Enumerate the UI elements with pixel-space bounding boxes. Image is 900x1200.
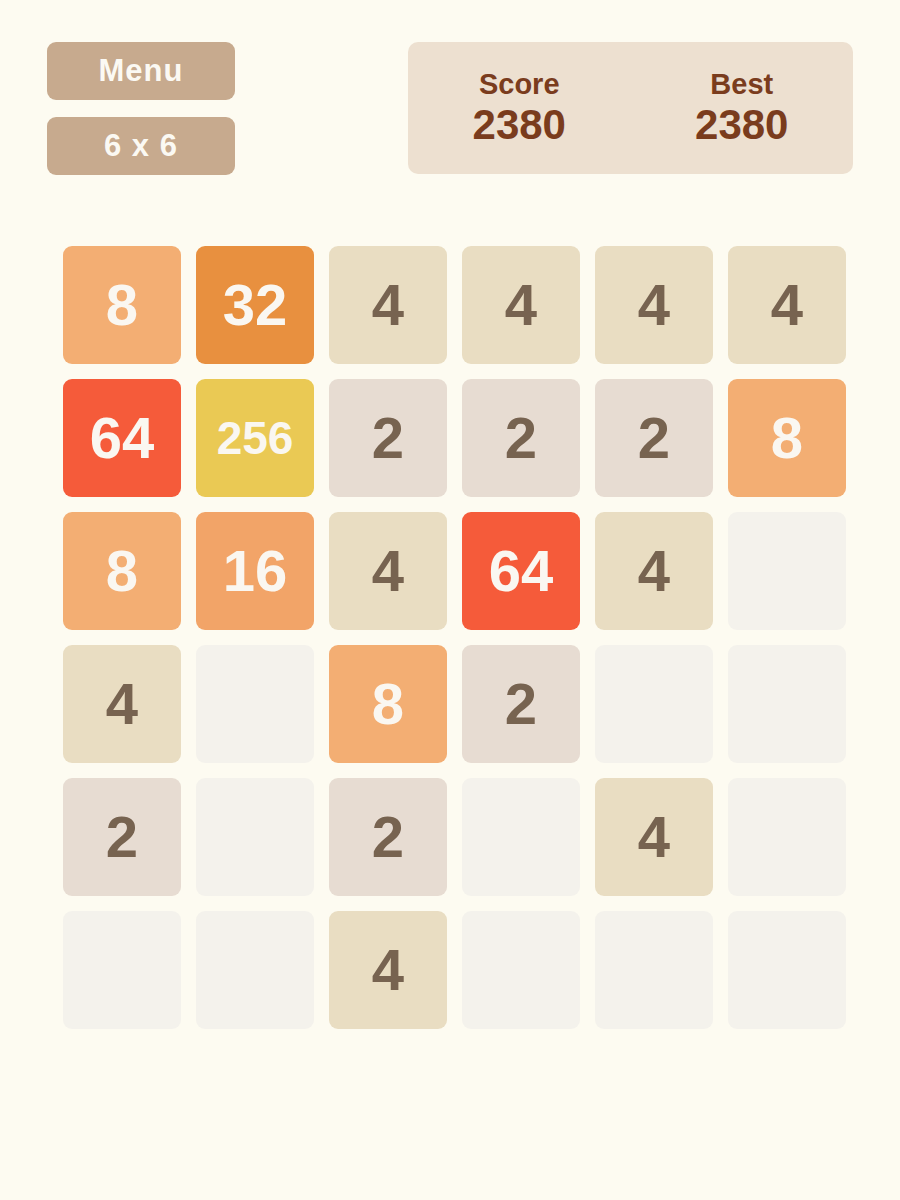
tile-32: 32 [196, 246, 314, 364]
empty-cell [595, 911, 713, 1029]
tile-2: 2 [63, 778, 181, 896]
board[interactable]: 832444464256222881646444822244 [63, 246, 846, 1029]
menu-button[interactable]: Menu [47, 42, 235, 100]
score-label: Score [479, 70, 560, 99]
empty-cell [728, 512, 846, 630]
tile-8: 8 [63, 512, 181, 630]
tile-8: 8 [329, 645, 447, 763]
empty-cell [595, 645, 713, 763]
tile-64: 64 [462, 512, 580, 630]
tile-4: 4 [595, 246, 713, 364]
best-value: 2380 [695, 104, 788, 146]
empty-cell [462, 911, 580, 1029]
best-label: Best [710, 70, 773, 99]
empty-cell [196, 645, 314, 763]
tile-2: 2 [329, 778, 447, 896]
tile-16: 16 [196, 512, 314, 630]
empty-cell [63, 911, 181, 1029]
empty-cell [728, 911, 846, 1029]
tile-2: 2 [595, 379, 713, 497]
tile-2: 2 [462, 645, 580, 763]
empty-cell [462, 778, 580, 896]
empty-cell [728, 778, 846, 896]
score-box: Score 2380 [408, 42, 631, 174]
app: Menu 6 x 6 Score 2380 Best 2380 83244446… [0, 0, 900, 1200]
tile-2: 2 [462, 379, 580, 497]
tile-8: 8 [728, 379, 846, 497]
board-size-button[interactable]: 6 x 6 [47, 117, 235, 175]
tile-4: 4 [329, 911, 447, 1029]
tile-4: 4 [329, 246, 447, 364]
score-panel: Score 2380 Best 2380 [408, 42, 853, 174]
tile-4: 4 [728, 246, 846, 364]
tile-4: 4 [63, 645, 181, 763]
tile-4: 4 [462, 246, 580, 364]
tile-4: 4 [329, 512, 447, 630]
empty-cell [196, 911, 314, 1029]
tile-4: 4 [595, 778, 713, 896]
tile-8: 8 [63, 246, 181, 364]
best-box: Best 2380 [631, 42, 854, 174]
tile-256: 256 [196, 379, 314, 497]
tile-64: 64 [63, 379, 181, 497]
score-value: 2380 [473, 104, 566, 146]
empty-cell [728, 645, 846, 763]
tile-2: 2 [329, 379, 447, 497]
tile-4: 4 [595, 512, 713, 630]
empty-cell [196, 778, 314, 896]
